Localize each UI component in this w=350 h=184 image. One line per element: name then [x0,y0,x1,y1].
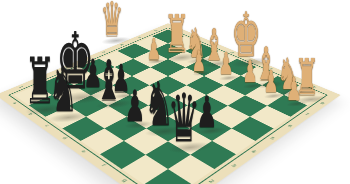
black-queen-glyph: ♛ [168,88,201,148]
white-pawn-glyph: ♟ [242,59,257,86]
white-pawn-glyph: ♟ [147,36,161,62]
black-knight-glyph: ♞ [48,63,78,118]
black-bishop-glyph: ♝ [95,55,122,105]
white-pawn-glyph: ♟ [192,48,206,74]
black-pawn-glyph: ♟ [124,86,146,125]
white-pawn-glyph: ♟ [263,69,278,96]
white-pawn-glyph: ♟ [219,51,234,78]
chess-set-photo: abcdefgh abcdefgh 87654321 87654321 ♛♜♞♟… [0,0,350,184]
white-queen-glyph: ♛ [101,0,124,41]
pieces-layer: ♛♜♞♟♚♝♟♟♝♟♟♞♟♟♚♜♟♝♜♞♟♟♞♛ [0,0,350,184]
white-pawn-glyph: ♟ [286,75,302,104]
